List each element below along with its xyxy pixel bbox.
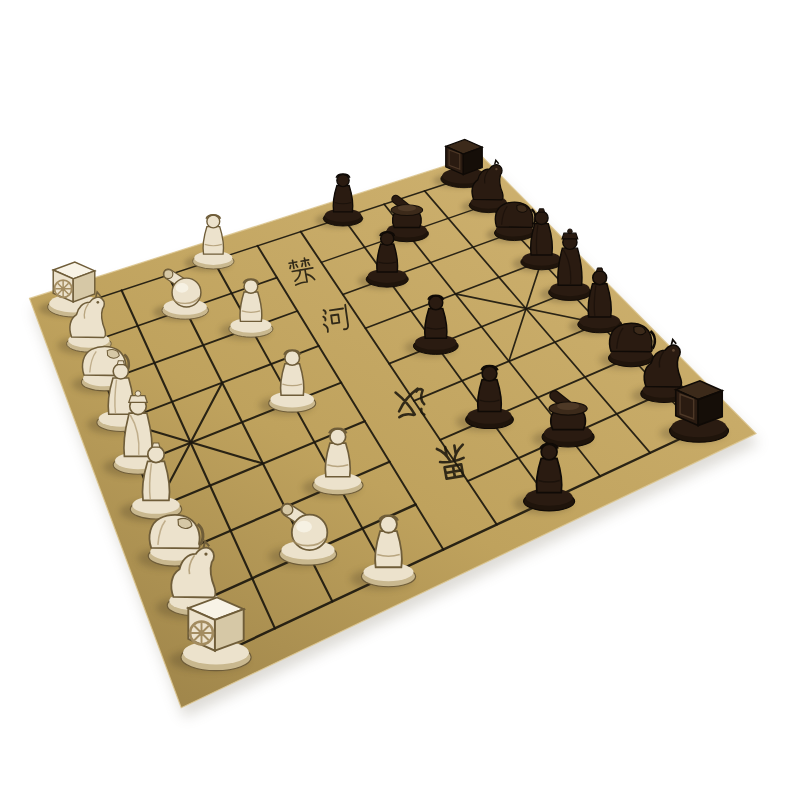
xiangqi-board: Overhead-angle product photo of a Chines…	[0, 0, 800, 800]
product-photo: Overhead-angle product photo of a Chines…	[0, 0, 800, 800]
